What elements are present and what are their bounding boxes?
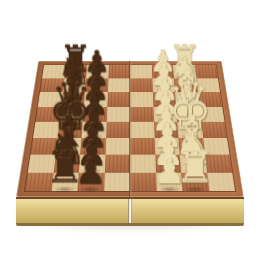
board-square — [38, 92, 63, 106]
board-square — [153, 92, 177, 106]
board-square — [207, 172, 235, 191]
chess-board: ♜♞♝♛♚♝♞♜♟♟♟♟♟♟♟♟♟♟♟♟♟♟♟♟♜♞♝♛♚♝♞♜ — [16, 61, 244, 197]
board-square — [86, 65, 108, 78]
board-square — [82, 122, 107, 138]
board-square — [105, 138, 130, 155]
board-square — [173, 65, 196, 78]
board-square — [106, 122, 130, 138]
board-square — [130, 65, 152, 78]
board-square — [79, 155, 105, 173]
board-square — [40, 78, 64, 92]
board-square — [152, 78, 175, 92]
board-square — [205, 155, 233, 173]
board-square — [130, 122, 154, 138]
board-square — [198, 92, 223, 106]
board-square — [175, 92, 199, 106]
board-square — [62, 78, 86, 92]
board-square — [106, 106, 130, 121]
board-square — [151, 65, 173, 78]
box-front-side — [16, 197, 244, 226]
board-square — [156, 172, 183, 191]
board-square — [77, 172, 104, 191]
board-square — [107, 78, 130, 92]
board-square — [28, 155, 56, 173]
board-square — [155, 155, 181, 173]
board-square — [130, 155, 156, 173]
box-hinge-gap — [128, 199, 132, 223]
board-square — [176, 106, 201, 121]
board-square — [25, 172, 53, 191]
board-square — [177, 122, 202, 138]
board-square — [194, 65, 217, 78]
board-square — [178, 138, 204, 155]
board-square — [201, 122, 227, 138]
board-square — [83, 106, 107, 121]
board-square — [154, 138, 180, 155]
board-square — [174, 78, 198, 92]
board-square — [55, 138, 81, 155]
board-square — [51, 172, 79, 191]
board-square — [154, 122, 179, 138]
board-square — [130, 106, 154, 121]
board-square — [33, 122, 59, 138]
board-square — [130, 78, 153, 92]
board-square — [104, 172, 130, 191]
board-square — [80, 138, 106, 155]
board-square — [84, 92, 108, 106]
chess-set-photo: ♜♞♝♛♚♝♞♜♟♟♟♟♟♟♟♟♟♟♟♟♟♟♟♟♜♞♝♛♚♝♞♜ — [0, 0, 260, 260]
board-square — [203, 138, 230, 155]
board-square — [199, 106, 224, 121]
board-frame — [16, 61, 244, 197]
board-square — [53, 155, 80, 173]
board-square — [57, 122, 82, 138]
board-square — [64, 65, 87, 78]
board-square — [42, 65, 65, 78]
board-square — [104, 155, 130, 173]
board-square — [108, 65, 130, 78]
board-square — [61, 92, 85, 106]
board-square — [30, 138, 57, 155]
fold-hinge-seam — [128, 61, 131, 198]
board-square — [35, 106, 60, 121]
board-square — [59, 106, 84, 121]
board-square — [85, 78, 108, 92]
board-square — [153, 106, 177, 121]
board-square — [130, 172, 156, 191]
board-square — [180, 155, 207, 173]
board-square — [181, 172, 209, 191]
board-square — [130, 92, 153, 106]
board-square — [130, 138, 155, 155]
board-square — [107, 92, 130, 106]
board-square — [196, 78, 220, 92]
